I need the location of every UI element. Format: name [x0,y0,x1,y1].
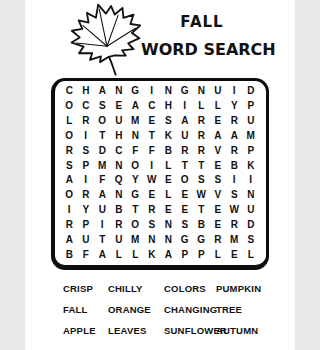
grid-cell-r2c3[interactable]: S [94,99,111,114]
grid-cell-r5c3[interactable]: D [94,143,111,158]
grid-cell-r11c12[interactable]: S [243,232,260,247]
grid-cell-r4c3[interactable]: T [94,128,111,143]
grid-cell-r9c3[interactable]: U [94,203,111,218]
grid-cell-r1c10[interactable]: U [210,84,227,99]
grid-cell-r1c2[interactable]: H [78,84,95,99]
grid-cell-r9c1[interactable]: I [61,203,78,218]
grid-cell-r9c4[interactable]: B [111,203,128,218]
grid-cell-r1c11[interactable]: I [226,84,243,99]
grid-cell-r11c7[interactable]: N [160,232,177,247]
grid-cell-r1c8[interactable]: G [177,84,194,99]
grid-cell-r4c9[interactable]: R [193,128,210,143]
grid-cell-r10c8[interactable]: S [177,217,194,232]
grid-cell-r1c12[interactable]: D [243,84,260,99]
grid-cell-r6c2[interactable]: P [78,158,95,173]
grid-cell-r9c10[interactable]: E [210,203,227,218]
grid-cell-r3c7[interactable]: S [160,114,177,129]
grid-cell-r4c8[interactable]: U [177,128,194,143]
grid-cell-r12c10[interactable]: L [210,247,227,262]
grid-cell-r8c2[interactable]: R [78,188,95,203]
word-item-chilly: CHILLY [108,283,164,294]
grid-cell-r8c8[interactable]: E [177,188,194,203]
grid-cell-r12c3[interactable]: A [94,247,111,262]
title-fall: FALL [141,13,263,31]
grid-cell-r11c1[interactable]: A [61,232,78,247]
grid-cell-r10c9[interactable]: B [193,217,210,232]
grid-cell-r1c6[interactable]: I [144,84,161,99]
grid-cell-r6c5[interactable]: O [127,158,144,173]
grid-cell-r12c9[interactable]: P [193,247,210,262]
grid-cell-r5c5[interactable]: F [127,143,144,158]
grid-cell-r11c2[interactable]: U [78,232,95,247]
grid-cell-r10c3[interactable]: I [94,217,111,232]
grid-cell-r4c1[interactable]: O [61,128,78,143]
grid-cell-r6c4[interactable]: N [111,158,128,173]
header: FALL WORD SEARCH [25,0,295,78]
grid-cell-r12c1[interactable]: B [61,247,78,262]
grid-cell-r6c12[interactable]: K [243,158,260,173]
grid-cell-r8c11[interactable]: S [226,188,243,203]
grid-cell-r9c5[interactable]: T [127,203,144,218]
grid-cell-r2c1[interactable]: O [61,99,78,114]
grid-cell-r9c7[interactable]: E [160,203,177,218]
grid-cell-r11c10[interactable]: R [210,232,227,247]
grid-cell-r4c2[interactable]: I [78,128,95,143]
grid-cell-r12c6[interactable]: K [144,247,161,262]
grid-cell-r3c1[interactable]: L [61,114,78,129]
grid-cell-r10c6[interactable]: S [144,217,161,232]
grid-cell-r4c10[interactable]: A [210,128,227,143]
grid-cell-r12c8[interactable]: P [177,247,194,262]
grid-cell-r12c4[interactable]: L [111,247,128,262]
grid-cell-r2c7[interactable]: H [160,99,177,114]
grid-cell-r2c12[interactable]: P [243,99,260,114]
grid-cell-r7c3[interactable]: F [94,173,111,188]
grid-cell-r5c10[interactable]: V [210,143,227,158]
grid-cell-r6c1[interactable]: S [61,158,78,173]
grid-cell-r7c12[interactable]: I [243,173,260,188]
grid-cell-r2c5[interactable]: A [127,99,144,114]
grid-cell-r5c12[interactable]: P [243,143,260,158]
grid-cell-r6c3[interactable]: M [94,158,111,173]
grid-cell-r11c8[interactable]: G [177,232,194,247]
grid-cell-r3c2[interactable]: R [78,114,95,129]
grid-cell-r6c8[interactable]: T [177,158,194,173]
grid-cell-r7c1[interactable]: A [61,173,78,188]
grid-cell-r7c6[interactable]: W [144,173,161,188]
grid-cell-r8c7[interactable]: L [160,188,177,203]
grid-cell-r3c11[interactable]: R [226,114,243,129]
grid-cell-r7c4[interactable]: Q [111,173,128,188]
grid-cell-r9c9[interactable]: T [193,203,210,218]
grid-cell-r10c10[interactable]: E [210,217,227,232]
grid-cell-r5c2[interactable]: S [78,143,95,158]
word-item-changing: CHANGING [164,304,216,315]
title-word-search: WORD SEARCH [141,40,263,59]
grid-cell-r5c9[interactable]: R [193,143,210,158]
grid-cell-r5c8[interactable]: R [177,143,194,158]
grid-cell-r2c10[interactable]: L [210,99,227,114]
grid-cell-r8c6[interactable]: E [144,188,161,203]
grid-cell-r2c9[interactable]: L [193,99,210,114]
grid-cell-r6c6[interactable]: I [144,158,161,173]
grid-cell-r4c6[interactable]: T [144,128,161,143]
grid-cell-r8c3[interactable]: A [94,188,111,203]
grid-cell-r6c9[interactable]: T [193,158,210,173]
grid-cell-r12c2[interactable]: F [78,247,95,262]
grid-cell-r11c11[interactable]: M [226,232,243,247]
grid-cell-r9c2[interactable]: Y [78,203,95,218]
grid-cell-r12c12[interactable]: L [243,247,260,262]
grid-cell-r10c1[interactable]: R [61,217,78,232]
word-item-leaves: LEAVES [108,325,164,336]
grid-cell-r3c9[interactable]: R [193,114,210,129]
grid-cell-r7c2[interactable]: I [78,173,95,188]
grid-cell-r5c1[interactable]: R [61,143,78,158]
word-list: CRISPCHILLYCOLORSPUMPKINFALLORANGECHANGI… [63,283,295,336]
grid-cell-r11c6[interactable]: N [144,232,161,247]
grid-cell-r1c7[interactable]: N [160,84,177,99]
grid-cell-r5c6[interactable]: F [144,143,161,158]
grid-cell-r3c10[interactable]: E [210,114,227,129]
grid-cell-r11c3[interactable]: T [94,232,111,247]
grid-cell-r1c5[interactable]: G [127,84,144,99]
grid-cell-r2c4[interactable]: E [111,99,128,114]
page-title: FALL WORD SEARCH [141,13,263,59]
grid-cell-r7c5[interactable]: Y [127,173,144,188]
grid-cell-r4c5[interactable]: N [127,128,144,143]
grid-cell-r7c8[interactable]: O [177,173,194,188]
grid-cell-r10c4[interactable]: R [111,217,128,232]
grid-cell-r6c11[interactable]: B [226,158,243,173]
word-item-fall: FALL [63,304,108,315]
grid-cell-r6c10[interactable]: E [210,158,227,173]
grid-cell-r10c12[interactable]: D [243,217,260,232]
grid-cell-r4c12[interactable]: M [243,128,260,143]
word-item-pumpkin: PUMPKIN [216,283,295,294]
grid-cell-r7c7[interactable]: E [160,173,177,188]
grid-cell-r11c4[interactable]: U [111,232,128,247]
grid-cell-r6c7[interactable]: L [160,158,177,173]
grid-cell-r9c11[interactable]: W [226,203,243,218]
grid-cell-r8c10[interactable]: V [210,188,227,203]
grid-cell-r3c12[interactable]: U [243,114,260,129]
grid-cell-r8c12[interactable]: N [243,188,260,203]
word-item-crisp: CRISP [63,283,108,294]
grid-cell-r3c4[interactable]: U [111,114,128,129]
worksheet-page: FALL WORD SEARCH CHANGINGNUIDOCSEACHILLY… [25,0,295,350]
grid-cell-r8c9[interactable]: W [193,188,210,203]
grid-cell-r4c7[interactable]: K [160,128,177,143]
grid-cell-r10c2[interactable]: P [78,217,95,232]
grid-cell-r11c9[interactable]: G [193,232,210,247]
grid-cell-r3c3[interactable]: O [94,114,111,129]
grid-cell-r1c4[interactable]: N [111,84,128,99]
grid-cell-r8c4[interactable]: N [111,188,128,203]
word-item-orange: ORANGE [108,304,164,315]
grid-cell-r12c7[interactable]: A [160,247,177,262]
grid-cell-r3c8[interactable]: A [177,114,194,129]
word-item-apple: APPLE [63,325,108,336]
grid-cell-r7c11[interactable]: I [226,173,243,188]
grid-cell-r1c1[interactable]: C [61,84,78,99]
word-item-colors: COLORS [164,283,216,294]
grid-cell-r2c2[interactable]: C [78,99,95,114]
word-search-grid[interactable]: CHANGINGNUIDOCSEACHILLYPLROUMESARERUOITH… [51,78,269,270]
grid-cell-r1c9[interactable]: N [193,84,210,99]
grid-cell-r10c5[interactable]: O [127,217,144,232]
grid-cell-r10c11[interactable]: R [226,217,243,232]
grid-cell-r3c5[interactable]: M [127,114,144,129]
grid-cell-r8c5[interactable]: G [127,188,144,203]
grid-cell-r8c1[interactable]: O [61,188,78,203]
grid-cell-r2c8[interactable]: I [177,99,194,114]
grid-cell-r5c11[interactable]: R [226,143,243,158]
grid-cell-r2c6[interactable]: C [144,99,161,114]
grid-cell-r9c12[interactable]: U [243,203,260,218]
grid-cell-r5c4[interactable]: C [111,143,128,158]
grid-cell-r2c11[interactable]: Y [226,99,243,114]
grid-cell-r12c5[interactable]: L [127,247,144,262]
grid-cell-r7c10[interactable]: S [210,173,227,188]
grid-cell-r12c11[interactable]: E [226,247,243,262]
grid-cell-r11c5[interactable]: M [127,232,144,247]
word-item-autumn: AUTUMN [216,325,295,336]
grid-cell-r3c6[interactable]: E [144,114,161,129]
grid-cell-r5c7[interactable]: B [160,143,177,158]
grid-cell-r4c4[interactable]: H [111,128,128,143]
word-item-sunflower: SUNFLOWER [164,325,216,336]
grid-cell-r9c8[interactable]: E [177,203,194,218]
grid-cell-r9c6[interactable]: R [144,203,161,218]
grid-cell-r1c3[interactable]: A [94,84,111,99]
grid-cell-r7c9[interactable]: S [193,173,210,188]
grid-cell-r10c7[interactable]: N [160,217,177,232]
word-item-tree: TREE [216,304,295,315]
grid-cell-r4c11[interactable]: A [226,128,243,143]
